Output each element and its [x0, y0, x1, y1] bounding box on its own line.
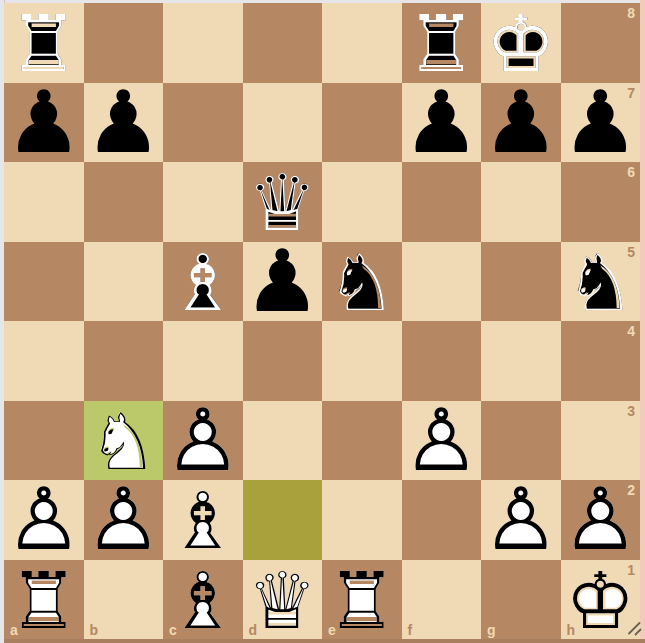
black-pawn-icon: ♟ — [402, 83, 482, 163]
square-c1[interactable]: ♝♗c — [163, 560, 243, 640]
white-rook-icon: ♜ — [322, 562, 402, 642]
square-d2[interactable] — [243, 480, 323, 560]
square-d4[interactable] — [243, 321, 323, 401]
piece-black-pawn[interactable]: ♟ — [481, 83, 561, 163]
square-e2[interactable] — [322, 480, 402, 560]
white-bishop-icon: ♝ — [163, 482, 243, 562]
square-e4[interactable] — [322, 321, 402, 401]
square-c3[interactable]: ♟♙ — [163, 401, 243, 481]
rank-label-3: 3 — [627, 404, 635, 418]
square-b3[interactable]: ♞♘ — [84, 401, 164, 481]
piece-black-queen[interactable]: ♛♕ — [243, 164, 323, 244]
piece-white-pawn[interactable]: ♟♙ — [163, 401, 243, 481]
square-e8[interactable] — [322, 3, 402, 83]
square-f7[interactable]: ♟ — [402, 83, 482, 163]
piece-black-pawn[interactable]: ♟ — [243, 242, 323, 322]
piece-black-knight[interactable]: ♞♘ — [322, 244, 402, 324]
piece-white-bishop[interactable]: ♝♗ — [163, 562, 243, 642]
square-c4[interactable] — [163, 321, 243, 401]
rank-label-8: 8 — [627, 6, 635, 20]
piece-outline-icon: ♙ — [481, 480, 561, 560]
square-h4[interactable]: 4 — [561, 321, 641, 401]
file-label-f: f — [408, 623, 413, 637]
square-g4[interactable] — [481, 321, 561, 401]
piece-outline-icon: ♖ — [322, 562, 402, 642]
white-pawn-icon: ♟ — [481, 480, 561, 560]
piece-white-pawn[interactable]: ♟♙ — [84, 480, 164, 560]
black-knight-icon: ♞ — [561, 244, 641, 324]
square-e7[interactable] — [322, 83, 402, 163]
file-label-g: g — [487, 623, 496, 637]
square-a1[interactable]: ♜♖a — [4, 560, 84, 640]
piece-outline-icon: ♗ — [163, 562, 243, 642]
black-rook-icon: ♜ — [4, 5, 84, 85]
piece-black-knight[interactable]: ♞♘ — [561, 244, 641, 324]
square-b5[interactable] — [84, 242, 164, 322]
piece-white-queen[interactable]: ♛♕ — [243, 562, 323, 642]
square-e5[interactable]: ♞♘ — [322, 242, 402, 322]
square-g8[interactable]: ♚♔ — [481, 3, 561, 83]
square-h3[interactable]: 3 — [561, 401, 641, 481]
square-b2[interactable]: ♟♙ — [84, 480, 164, 560]
square-f3[interactable]: ♟♙ — [402, 401, 482, 481]
black-rook-icon: ♜ — [402, 5, 482, 85]
piece-outline-icon: ♖ — [4, 562, 84, 642]
square-d1[interactable]: ♛♕d — [243, 560, 323, 640]
piece-white-pawn[interactable]: ♟♙ — [4, 480, 84, 560]
square-b1[interactable]: b — [84, 560, 164, 640]
black-pawn-icon: ♟ — [481, 83, 561, 163]
square-g1[interactable]: g — [481, 560, 561, 640]
square-a3[interactable] — [4, 401, 84, 481]
square-d7[interactable] — [243, 83, 323, 163]
piece-white-rook[interactable]: ♜♖ — [322, 562, 402, 642]
white-knight-icon: ♞ — [84, 403, 164, 483]
square-f5[interactable] — [402, 242, 482, 322]
black-knight-icon: ♞ — [322, 244, 402, 324]
square-f6[interactable] — [402, 162, 482, 242]
square-h7[interactable]: ♟7 — [561, 83, 641, 163]
piece-black-pawn[interactable]: ♟ — [84, 83, 164, 163]
square-b8[interactable] — [84, 3, 164, 83]
square-d3[interactable] — [243, 401, 323, 481]
piece-outline-icon: ♙ — [163, 401, 243, 481]
square-b7[interactable]: ♟ — [84, 83, 164, 163]
square-a4[interactable] — [4, 321, 84, 401]
piece-detail-icon: ♗ — [163, 244, 243, 324]
square-e3[interactable] — [322, 401, 402, 481]
black-pawn-icon: ♟ — [561, 83, 641, 163]
white-pawn-icon: ♟ — [4, 480, 84, 560]
square-a6[interactable] — [4, 162, 84, 242]
piece-outline-icon: ♙ — [84, 480, 164, 560]
square-g3[interactable] — [481, 401, 561, 481]
square-b6[interactable] — [84, 162, 164, 242]
piece-black-pawn[interactable]: ♟ — [561, 83, 641, 163]
piece-black-pawn[interactable]: ♟ — [4, 83, 84, 163]
piece-white-pawn[interactable]: ♟♙ — [402, 401, 482, 481]
piece-outline-icon: ♕ — [243, 562, 323, 642]
page-edge-right — [640, 0, 645, 643]
piece-white-rook[interactable]: ♜♖ — [4, 562, 84, 642]
square-f2[interactable] — [402, 480, 482, 560]
square-g6[interactable] — [481, 162, 561, 242]
piece-black-rook[interactable]: ♜♖ — [4, 5, 84, 85]
piece-black-rook[interactable]: ♜♖ — [402, 5, 482, 85]
rank-label-6: 6 — [627, 165, 635, 179]
piece-white-pawn[interactable]: ♟♙ — [561, 480, 641, 560]
square-g5[interactable] — [481, 242, 561, 322]
square-h8[interactable]: 8 — [561, 3, 641, 83]
white-pawn-icon: ♟ — [561, 480, 641, 560]
square-f1[interactable]: f — [402, 560, 482, 640]
piece-white-pawn[interactable]: ♟♙ — [481, 480, 561, 560]
piece-detail-icon: ♘ — [561, 244, 641, 324]
square-e6[interactable] — [322, 162, 402, 242]
black-king-icon: ♚ — [481, 5, 561, 85]
piece-white-knight[interactable]: ♞♘ — [84, 403, 164, 483]
white-pawn-icon: ♟ — [163, 401, 243, 481]
square-a5[interactable] — [4, 242, 84, 322]
square-c7[interactable] — [163, 83, 243, 163]
piece-detail-icon: ♖ — [402, 5, 482, 85]
piece-detail-icon: ♘ — [322, 244, 402, 324]
white-pawn-icon: ♟ — [84, 480, 164, 560]
piece-outline-icon: ♙ — [4, 480, 84, 560]
piece-white-bishop[interactable]: ♝♗ — [163, 482, 243, 562]
piece-black-bishop[interactable]: ♝♗ — [163, 244, 243, 324]
chess-app-window: ♜♖♜♖♚♔8♟♟♟♟♟7♛♕6♝♗♟♞♘♞♘54♞♘♟♙♟♙3♟♙♟♙♝♗♟♙… — [0, 0, 645, 643]
piece-outline-icon: ♘ — [84, 403, 164, 483]
square-c5[interactable]: ♝♗ — [163, 242, 243, 322]
piece-detail-icon: ♕ — [243, 164, 323, 244]
piece-outline-icon: ♙ — [561, 480, 641, 560]
piece-outline-icon: ♗ — [163, 482, 243, 562]
square-h5[interactable]: ♞♘5 — [561, 242, 641, 322]
square-d5[interactable]: ♟ — [243, 242, 323, 322]
square-f4[interactable] — [402, 321, 482, 401]
white-bishop-icon: ♝ — [163, 562, 243, 642]
square-h2[interactable]: ♟♙2 — [561, 480, 641, 560]
square-a2[interactable]: ♟♙ — [4, 480, 84, 560]
square-f8[interactable]: ♜♖ — [402, 3, 482, 83]
piece-outline-icon: ♙ — [402, 401, 482, 481]
piece-black-king[interactable]: ♚♔ — [481, 5, 561, 85]
square-h6[interactable]: 6 — [561, 162, 641, 242]
square-b4[interactable] — [84, 321, 164, 401]
white-queen-icon: ♛ — [243, 562, 323, 642]
square-g2[interactable]: ♟♙ — [481, 480, 561, 560]
black-pawn-icon: ♟ — [4, 83, 84, 163]
black-bishop-icon: ♝ — [163, 244, 243, 324]
square-e1[interactable]: ♜♖e — [322, 560, 402, 640]
square-a7[interactable]: ♟ — [4, 83, 84, 163]
piece-black-pawn[interactable]: ♟ — [402, 83, 482, 163]
square-g7[interactable]: ♟ — [481, 83, 561, 163]
piece-detail-icon: ♖ — [4, 5, 84, 85]
chess-board[interactable]: ♜♖♜♖♚♔8♟♟♟♟♟7♛♕6♝♗♟♞♘♞♘54♞♘♟♙♟♙3♟♙♟♙♝♗♟♙… — [4, 3, 640, 639]
black-pawn-icon: ♟ — [84, 83, 164, 163]
square-c2[interactable]: ♝♗ — [163, 480, 243, 560]
piece-detail-icon: ♔ — [481, 5, 561, 85]
board-resize-handle-icon[interactable] — [625, 619, 643, 637]
square-c6[interactable] — [163, 162, 243, 242]
white-pawn-icon: ♟ — [402, 401, 482, 481]
white-rook-icon: ♜ — [4, 562, 84, 642]
rank-label-4: 4 — [627, 324, 635, 338]
square-a8[interactable]: ♜♖ — [4, 3, 84, 83]
square-c8[interactable] — [163, 3, 243, 83]
file-label-b: b — [90, 623, 99, 637]
black-queen-icon: ♛ — [243, 164, 323, 244]
black-pawn-icon: ♟ — [243, 242, 323, 322]
square-d8[interactable] — [243, 3, 323, 83]
square-d6[interactable]: ♛♕ — [243, 162, 323, 242]
